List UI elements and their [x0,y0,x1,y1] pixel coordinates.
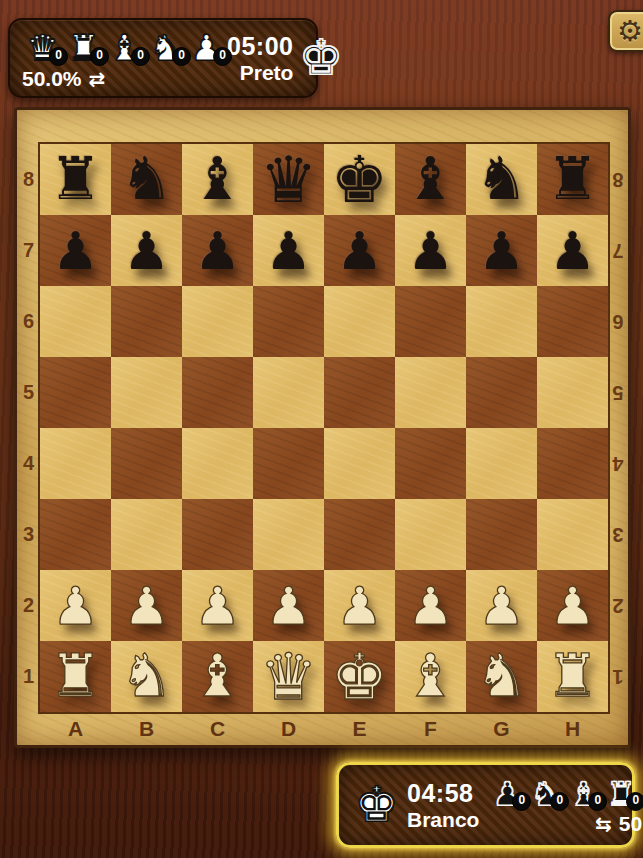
settings-button[interactable]: ⚙ [608,10,643,52]
piece-black-pawn[interactable]: ♟ [407,225,454,277]
square-e7[interactable]: ♟ [324,215,395,286]
piece-black-pawn[interactable]: ♟ [265,225,312,277]
file-label-d: D [253,712,324,745]
captured-rook-counter: ♜0 [63,26,104,66]
piece-black-pawn[interactable]: ♟ [194,225,241,277]
square-b4[interactable] [111,428,182,499]
white-captured-row: ♟0♞0♝0♜0♛0 [488,775,643,811]
rank-label-left-5: 5 [17,357,40,428]
captured-queen-counter: ♛0 [22,26,63,66]
piece-white-pawn[interactable]: ♟ [52,580,99,632]
piece-white-pawn[interactable]: ♟ [549,580,596,632]
square-e4[interactable] [324,428,395,499]
square-c7[interactable]: ♟ [182,215,253,286]
white-timer: 04:58 [407,779,479,808]
square-e2[interactable]: ♟ [324,570,395,641]
piece-black-rook[interactable]: ♜ [546,150,599,209]
square-h4[interactable] [537,428,608,499]
piece-white-bishop[interactable]: ♝ [404,647,457,706]
square-a8[interactable]: ♜ [40,144,111,215]
rank-label-left-1: 1 [17,641,40,712]
rank-label-right-1: 1 [608,641,628,712]
piece-black-pawn[interactable]: ♟ [549,225,596,277]
piece-white-queen[interactable]: ♛ [260,645,317,709]
piece-black-bishop[interactable]: ♝ [191,150,244,209]
captured-pawn-counter: ♟0 [488,775,526,811]
square-f7[interactable]: ♟ [395,215,466,286]
square-d3[interactable] [253,499,324,570]
gear-icon: ⚙ [617,17,643,46]
black-captured-row: ♛0♜0♝0♞0♟0 [22,26,227,66]
square-h3[interactable] [537,499,608,570]
square-c8[interactable]: ♝ [182,144,253,215]
piece-white-pawn[interactable]: ♟ [265,580,312,632]
square-d1[interactable]: ♛ [253,641,324,712]
piece-white-pawn[interactable]: ♟ [478,580,525,632]
square-b8[interactable]: ♞ [111,144,182,215]
square-c3[interactable] [182,499,253,570]
square-e5[interactable] [324,357,395,428]
white-captured-block: ♟0♞0♝0♜0♛0 ⇆ 50.0% [488,775,643,836]
square-f4[interactable] [395,428,466,499]
square-h5[interactable] [537,357,608,428]
square-g2[interactable]: ♟ [466,570,537,641]
piece-white-knight[interactable]: ♞ [120,647,173,706]
piece-white-pawn[interactable]: ♟ [407,580,454,632]
piece-black-pawn[interactable]: ♟ [336,225,383,277]
rank-label-left-7: 7 [17,215,40,286]
rank-label-right-2: 2 [608,570,628,641]
captured-pawn-counter: ♟0 [186,26,227,66]
square-c5[interactable] [182,357,253,428]
rank-label-left-8: 8 [17,144,40,215]
rank-label-left-3: 3 [17,499,40,570]
captured-knight-counter: ♞0 [145,26,186,66]
square-h2[interactable]: ♟ [537,570,608,641]
square-h8[interactable]: ♜ [537,144,608,215]
piece-white-bishop[interactable]: ♝ [191,647,244,706]
square-b5[interactable] [111,357,182,428]
piece-black-king[interactable]: ♚ [331,148,388,212]
square-c6[interactable] [182,286,253,357]
black-timer: 05:00 [227,32,293,61]
square-c4[interactable] [182,428,253,499]
square-g7[interactable]: ♟ [466,215,537,286]
square-b2[interactable]: ♟ [111,570,182,641]
chess-board: ♜♞♝♛♚♝♞♜♟♟♟♟♟♟♟♟♟♟♟♟♟♟♟♟♜♞♝♛♚♝♞♜ 8877665… [14,107,631,748]
square-f2[interactable]: ♟ [395,570,466,641]
board-squares: ♜♞♝♛♚♝♞♜♟♟♟♟♟♟♟♟♟♟♟♟♟♟♟♟♜♞♝♛♚♝♞♜ [40,144,608,712]
rank-label-right-4: 4 [608,428,628,499]
square-g3[interactable] [466,499,537,570]
black-player-panel: ♛0♜0♝0♞0♟0 50.0% ⇄ 05:00 Preto ♚ [8,18,318,98]
square-e1[interactable]: ♚ [324,641,395,712]
square-a1[interactable]: ♜ [40,641,111,712]
square-c2[interactable]: ♟ [182,570,253,641]
piece-black-pawn[interactable]: ♟ [52,225,99,277]
square-b1[interactable]: ♞ [111,641,182,712]
white-clock-block: 04:58 Branco [407,779,479,832]
piece-white-pawn[interactable]: ♟ [123,580,170,632]
square-b6[interactable] [111,286,182,357]
piece-white-king[interactable]: ♚ [331,645,388,709]
white-win-percentage: 50.0% [619,812,643,836]
square-f5[interactable] [395,357,466,428]
square-f3[interactable] [395,499,466,570]
square-h6[interactable] [537,286,608,357]
rank-label-left-2: 2 [17,570,40,641]
square-d5[interactable] [253,357,324,428]
piece-black-pawn[interactable]: ♟ [123,225,170,277]
captured-rook-counter: ♜0 [602,775,640,811]
rank-label-left-4: 4 [17,428,40,499]
file-label-f: F [395,712,466,745]
piece-black-bishop[interactable]: ♝ [404,150,457,209]
square-f8[interactable]: ♝ [395,144,466,215]
piece-black-pawn[interactable]: ♟ [478,225,525,277]
file-label-c: C [182,712,253,745]
piece-white-pawn[interactable]: ♟ [336,580,383,632]
square-f1[interactable]: ♝ [395,641,466,712]
square-a7[interactable]: ♟ [40,215,111,286]
square-a3[interactable] [40,499,111,570]
square-d8[interactable]: ♛ [253,144,324,215]
swap-arrows-icon: ⇄ [89,67,106,91]
square-b7[interactable]: ♟ [111,215,182,286]
file-label-b: B [111,712,182,745]
black-win-percentage: 50.0% [22,67,82,91]
rank-label-right-6: 6 [608,286,628,357]
square-g5[interactable] [466,357,537,428]
square-h1[interactable]: ♜ [537,641,608,712]
black-player-name: Preto [240,61,294,85]
captured-bishop-counter: ♝0 [104,26,145,66]
piece-black-rook[interactable]: ♜ [49,150,102,209]
piece-white-rook[interactable]: ♜ [546,647,599,706]
square-b3[interactable] [111,499,182,570]
square-f6[interactable] [395,286,466,357]
square-e6[interactable] [324,286,395,357]
square-d4[interactable] [253,428,324,499]
rank-label-left-6: 6 [17,286,40,357]
file-label-h: H [537,712,608,745]
black-captured-block: ♛0♜0♝0♞0♟0 50.0% ⇄ [22,26,227,91]
rank-label-right-8: 8 [608,144,628,215]
square-d6[interactable] [253,286,324,357]
square-g8[interactable]: ♞ [466,144,537,215]
piece-white-pawn[interactable]: ♟ [194,580,241,632]
square-a2[interactable]: ♟ [40,570,111,641]
white-king-icon: ♚ [355,780,398,830]
piece-white-rook[interactable]: ♜ [49,647,102,706]
file-label-g: G [466,712,537,745]
square-e3[interactable] [324,499,395,570]
square-c1[interactable]: ♝ [182,641,253,712]
captured-count-badge: 0 [213,47,232,66]
white-player-panel: ♚ 04:58 Branco ♟0♞0♝0♜0♛0 ⇆ 50.0% [336,762,635,848]
square-g6[interactable] [466,286,537,357]
square-a5[interactable] [40,357,111,428]
rank-label-right-5: 5 [608,357,628,428]
square-d7[interactable]: ♟ [253,215,324,286]
piece-black-knight[interactable]: ♞ [120,150,173,209]
square-a6[interactable] [40,286,111,357]
piece-black-queen[interactable]: ♛ [260,148,317,212]
piece-black-knight[interactable]: ♞ [475,150,528,209]
captured-knight-counter: ♞0 [526,775,564,811]
square-g1[interactable]: ♞ [466,641,537,712]
square-g4[interactable] [466,428,537,499]
captured-bishop-counter: ♝0 [564,775,602,811]
rank-label-right-7: 7 [608,215,628,286]
black-clock-block: 05:00 Preto [227,32,293,85]
file-label-a: A [40,712,111,745]
piece-white-knight[interactable]: ♞ [475,647,528,706]
file-label-e: E [324,712,395,745]
chess-app-screen: ♛0♜0♝0♞0♟0 50.0% ⇄ 05:00 Preto ♚ ⚙ ♜♞♝♛♚… [0,0,643,858]
square-e8[interactable]: ♚ [324,144,395,215]
square-d2[interactable]: ♟ [253,570,324,641]
square-h7[interactable]: ♟ [537,215,608,286]
square-a4[interactable] [40,428,111,499]
swap-arrows-icon: ⇆ [595,812,612,836]
white-player-name: Branco [407,808,479,832]
rank-label-right-3: 3 [608,499,628,570]
black-king-icon: ♚ [299,33,342,83]
